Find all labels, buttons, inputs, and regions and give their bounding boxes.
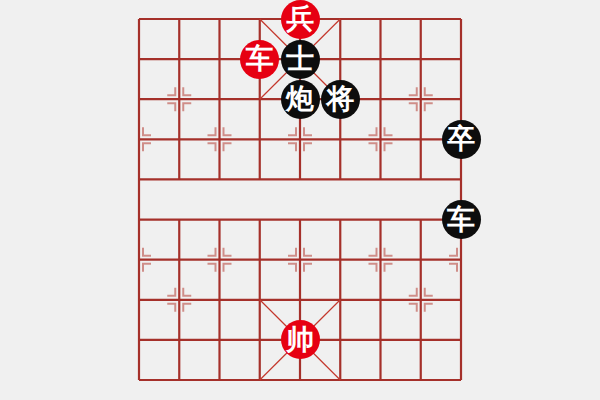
piece-black-advisor[interactable]: 士: [281, 40, 320, 79]
xiangqi-app: 兵车士炮将卒车帅: [0, 0, 600, 400]
pieces-grid: 兵车士炮将卒车帅: [119, 0, 481, 400]
piece-black-general[interactable]: 将: [321, 80, 360, 119]
piece-black-chariot[interactable]: 车: [442, 200, 481, 239]
piece-red-general[interactable]: 帅: [281, 320, 320, 359]
piece-red-soldier[interactable]: 兵: [281, 0, 320, 39]
piece-red-chariot[interactable]: 车: [240, 40, 279, 79]
piece-black-cannon[interactable]: 炮: [281, 80, 320, 119]
piece-black-soldier[interactable]: 卒: [442, 120, 481, 159]
